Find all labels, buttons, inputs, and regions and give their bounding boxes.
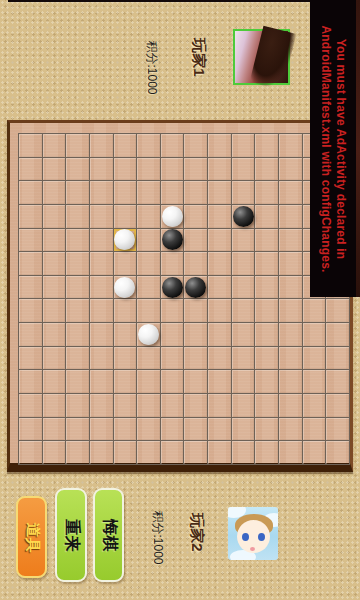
board-cell[interactable]: [137, 394, 161, 418]
board-cell[interactable]: [184, 370, 208, 394]
board-cell[interactable]: [137, 252, 161, 276]
board-cell[interactable]: [90, 370, 114, 394]
board-cell[interactable]: [232, 347, 256, 371]
board-cell[interactable]: [326, 394, 350, 418]
board-cell[interactable]: [90, 276, 114, 300]
board-cell[interactable]: [19, 347, 43, 371]
black-stone: [233, 206, 254, 227]
board-cell[interactable]: [90, 347, 114, 371]
board-cell[interactable]: [255, 441, 279, 465]
board-cell[interactable]: [90, 299, 114, 323]
board-cell[interactable]: [255, 370, 279, 394]
board-cell[interactable]: [184, 229, 208, 253]
board-cell[interactable]: [232, 441, 256, 465]
board-cell[interactable]: [303, 370, 327, 394]
board-cell[interactable]: [90, 134, 114, 158]
board-cell[interactable]: [232, 394, 256, 418]
board-cell[interactable]: [66, 229, 90, 253]
board-cell[interactable]: [208, 229, 232, 253]
board-cell[interactable]: [279, 158, 303, 182]
board-cell[interactable]: [326, 441, 350, 465]
board-cell[interactable]: [114, 252, 138, 276]
board-cell[interactable]: [208, 347, 232, 371]
board-cell[interactable]: [19, 441, 43, 465]
board-cell[interactable]: [90, 252, 114, 276]
board-cell[interactable]: [255, 229, 279, 253]
board-cell[interactable]: [43, 394, 67, 418]
board-cell[interactable]: [326, 418, 350, 442]
board-cell[interactable]: [326, 370, 350, 394]
avatar2-art: [250, 547, 255, 551]
board-cell[interactable]: [279, 299, 303, 323]
player1-score: 积分:1000: [141, 30, 162, 104]
board-cell[interactable]: [43, 370, 67, 394]
black-stone: [185, 277, 206, 298]
board-cell[interactable]: [184, 276, 208, 300]
board-cell[interactable]: [161, 276, 185, 300]
board-cell[interactable]: [66, 181, 90, 205]
board-cell[interactable]: [137, 370, 161, 394]
board-cell[interactable]: [66, 441, 90, 465]
board-cell[interactable]: [19, 158, 43, 182]
board-cell[interactable]: [66, 323, 90, 347]
board-cell[interactable]: [208, 370, 232, 394]
board-cell[interactable]: [208, 252, 232, 276]
avatar2-art: [242, 533, 249, 541]
board-cell[interactable]: [43, 276, 67, 300]
ad-banner-shadow: [356, 0, 360, 297]
board-cell[interactable]: [19, 205, 43, 229]
board-cell[interactable]: [114, 299, 138, 323]
white-stone: [138, 324, 159, 345]
board-cell[interactable]: [161, 252, 185, 276]
board-cell[interactable]: [161, 229, 185, 253]
ad-error-line1: You must have AdActivity declared in: [333, 3, 348, 295]
board-cell[interactable]: [43, 347, 67, 371]
black-stone: [162, 229, 183, 250]
board-cell[interactable]: [232, 418, 256, 442]
board-cell[interactable]: [66, 299, 90, 323]
board-cell[interactable]: [255, 205, 279, 229]
board-cell[interactable]: [255, 181, 279, 205]
board-cell[interactable]: [161, 323, 185, 347]
black-stone: [162, 277, 183, 298]
board-cell[interactable]: [161, 394, 185, 418]
board-cell[interactable]: [232, 134, 256, 158]
board-cell[interactable]: [114, 347, 138, 371]
board-cell[interactable]: [114, 134, 138, 158]
board-cell[interactable]: [279, 252, 303, 276]
board-cell[interactable]: [161, 370, 185, 394]
board-cell[interactable]: [208, 276, 232, 300]
player1-name-label: 玩家1: [189, 38, 208, 76]
board-cell[interactable]: [66, 205, 90, 229]
board-cell[interactable]: [66, 347, 90, 371]
board-cell[interactable]: [279, 418, 303, 442]
board-cell[interactable]: [66, 394, 90, 418]
board-cell[interactable]: [137, 134, 161, 158]
gomoku-board: [7, 120, 353, 472]
player1-score-label: 积分:1000: [143, 40, 160, 94]
board-cell[interactable]: [232, 205, 256, 229]
board-cell[interactable]: [232, 252, 256, 276]
board-cell[interactable]: [161, 299, 185, 323]
board-cell[interactable]: [137, 276, 161, 300]
board-cell[interactable]: [232, 181, 256, 205]
player2-score: 积分:1000: [147, 503, 168, 571]
board-cell[interactable]: [114, 276, 138, 300]
board-cell[interactable]: [279, 134, 303, 158]
board-cell[interactable]: [90, 394, 114, 418]
board-cell[interactable]: [137, 181, 161, 205]
ad-error-banner: You must have AdActivity declared in And…: [310, 0, 356, 297]
board-cell[interactable]: [184, 418, 208, 442]
board-cell[interactable]: [279, 229, 303, 253]
board-cell[interactable]: [90, 158, 114, 182]
board-cell[interactable]: [208, 418, 232, 442]
board-cell[interactable]: [43, 441, 67, 465]
board-cell[interactable]: [208, 205, 232, 229]
board-cell[interactable]: [232, 323, 256, 347]
board-cell[interactable]: [161, 418, 185, 442]
board-cell[interactable]: [90, 181, 114, 205]
board-cell[interactable]: [184, 323, 208, 347]
board-cell[interactable]: [255, 134, 279, 158]
board-cell[interactable]: [208, 134, 232, 158]
white-stone: [114, 229, 135, 250]
board-cell[interactable]: [114, 205, 138, 229]
board-cell[interactable]: [184, 252, 208, 276]
board-cell[interactable]: [43, 158, 67, 182]
board-cell[interactable]: [114, 418, 138, 442]
restart-button-label: 重来: [61, 519, 82, 551]
restart-button[interactable]: 重来: [55, 488, 87, 582]
board-cell[interactable]: [19, 418, 43, 442]
board-cell[interactable]: [184, 347, 208, 371]
board-cell[interactable]: [232, 158, 256, 182]
board-cell[interactable]: [184, 394, 208, 418]
board-cell[interactable]: [161, 158, 185, 182]
board-cell[interactable]: [303, 299, 327, 323]
board-cell[interactable]: [90, 323, 114, 347]
ad-top-edge: [8, 0, 310, 2]
board-cell[interactable]: [255, 418, 279, 442]
player2-name-label: 玩家2: [187, 513, 206, 551]
board-cell[interactable]: [66, 370, 90, 394]
board-cell[interactable]: [184, 134, 208, 158]
board-cell[interactable]: [184, 299, 208, 323]
board-cell[interactable]: [114, 181, 138, 205]
board-cell[interactable]: [43, 181, 67, 205]
board-grid: [18, 133, 350, 465]
board-cell[interactable]: [19, 323, 43, 347]
board-cell[interactable]: [114, 370, 138, 394]
board-cell[interactable]: [208, 158, 232, 182]
undo-button[interactable]: 悔棋: [93, 488, 124, 582]
board-cell[interactable]: [255, 158, 279, 182]
board-cell[interactable]: [184, 441, 208, 465]
avatar1-art: [249, 26, 296, 91]
board-cell[interactable]: [232, 370, 256, 394]
board-cell[interactable]: [137, 299, 161, 323]
board-cell[interactable]: [137, 347, 161, 371]
board-cell[interactable]: [90, 229, 114, 253]
board-cell[interactable]: [43, 299, 67, 323]
board-cell[interactable]: [66, 276, 90, 300]
player1-name: 玩家1: [186, 30, 211, 84]
board-cell[interactable]: [19, 134, 43, 158]
board-cell[interactable]: [208, 394, 232, 418]
board-cell[interactable]: [279, 276, 303, 300]
board-cell[interactable]: [255, 276, 279, 300]
board-cell[interactable]: [114, 323, 138, 347]
board-cell[interactable]: [232, 276, 256, 300]
board-cell[interactable]: [303, 394, 327, 418]
board-cell[interactable]: [279, 441, 303, 465]
board-cell[interactable]: [137, 418, 161, 442]
board-cell[interactable]: [208, 299, 232, 323]
board-cell[interactable]: [90, 441, 114, 465]
board-cell[interactable]: [19, 370, 43, 394]
board-cell[interactable]: [137, 205, 161, 229]
items-button[interactable]: 道具: [16, 496, 47, 578]
board-cell[interactable]: [137, 441, 161, 465]
items-button-label: 道具: [22, 522, 41, 552]
game-screen: 积分:1000 玩家1 You must have AdActivity dec…: [0, 0, 360, 600]
player1-avatar: [233, 29, 290, 85]
board-cell[interactable]: [19, 299, 43, 323]
board-cell[interactable]: [208, 323, 232, 347]
board-cell[interactable]: [303, 347, 327, 371]
board-cell[interactable]: [43, 205, 67, 229]
board-cell[interactable]: [66, 158, 90, 182]
board-cell[interactable]: [114, 158, 138, 182]
board-cell[interactable]: [161, 441, 185, 465]
board-cell[interactable]: [19, 252, 43, 276]
board-cell[interactable]: [184, 205, 208, 229]
board-cell[interactable]: [208, 441, 232, 465]
board-cell[interactable]: [161, 181, 185, 205]
board-cell[interactable]: [255, 252, 279, 276]
board-cell[interactable]: [19, 276, 43, 300]
board-cell[interactable]: [279, 205, 303, 229]
undo-button-label: 悔棋: [98, 519, 119, 551]
board-cell[interactable]: [255, 323, 279, 347]
board-cell[interactable]: [114, 394, 138, 418]
board-cell[interactable]: [232, 299, 256, 323]
board-cell[interactable]: [43, 252, 67, 276]
board-cell[interactable]: [43, 323, 67, 347]
board-cell[interactable]: [137, 229, 161, 253]
board-cell[interactable]: [326, 299, 350, 323]
board-cell[interactable]: [43, 418, 67, 442]
board-cell[interactable]: [303, 441, 327, 465]
board-cell[interactable]: [19, 394, 43, 418]
board-cell[interactable]: [303, 418, 327, 442]
board-cell[interactable]: [19, 229, 43, 253]
board-cell[interactable]: [19, 181, 43, 205]
board-cell[interactable]: [114, 441, 138, 465]
avatar2-art: [258, 533, 265, 541]
board-cell[interactable]: [279, 323, 303, 347]
board-cell[interactable]: [208, 181, 232, 205]
board-cell[interactable]: [255, 347, 279, 371]
board-cell[interactable]: [255, 394, 279, 418]
board-cell[interactable]: [66, 418, 90, 442]
board-cell[interactable]: [326, 323, 350, 347]
board-cell[interactable]: [90, 418, 114, 442]
board-cell[interactable]: [90, 205, 114, 229]
board-cell[interactable]: [66, 252, 90, 276]
white-stone: [114, 277, 135, 298]
board-cell[interactable]: [303, 323, 327, 347]
board-cell[interactable]: [43, 229, 67, 253]
board-cell[interactable]: [161, 347, 185, 371]
ad-error-line2: AndroidManifest.xml with configChanges.: [318, 3, 333, 295]
board-cell[interactable]: [326, 347, 350, 371]
board-cell[interactable]: [43, 134, 67, 158]
white-stone: [162, 206, 183, 227]
player2-score-label: 积分:1000: [149, 510, 166, 564]
board-cell[interactable]: [184, 181, 208, 205]
board-cell[interactable]: [137, 323, 161, 347]
board-cell[interactable]: [232, 229, 256, 253]
board-cell[interactable]: [279, 394, 303, 418]
board-cell[interactable]: [161, 134, 185, 158]
board-cell[interactable]: [279, 347, 303, 371]
player2-avatar: [228, 507, 278, 560]
board-cell[interactable]: [255, 299, 279, 323]
board-cell[interactable]: [279, 181, 303, 205]
board-cell[interactable]: [137, 158, 161, 182]
ad-error-text: You must have AdActivity declared in And…: [318, 3, 348, 295]
player2-name: 玩家2: [183, 508, 210, 556]
board-cell[interactable]: [66, 134, 90, 158]
board-cell[interactable]: [114, 229, 138, 253]
board-cell[interactable]: [279, 370, 303, 394]
board-cell[interactable]: [184, 158, 208, 182]
board-cell[interactable]: [161, 205, 185, 229]
